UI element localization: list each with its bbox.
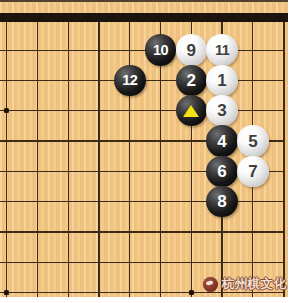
- stone-s14: 7: [237, 156, 269, 188]
- go-board: 109111221345678: [0, 0, 288, 297]
- stone-p18: 10: [145, 34, 177, 66]
- stone-r15: 4: [206, 125, 238, 157]
- move-number: 5: [248, 133, 257, 150]
- stone-r17: 1: [206, 65, 238, 97]
- stone-q18: 9: [176, 34, 208, 66]
- grid-line-horizontal: [0, 262, 285, 263]
- move-number: 8: [217, 193, 226, 210]
- grid-line-vertical: [98, 17, 99, 297]
- move-number: 6: [217, 163, 226, 180]
- grid-line-vertical: [6, 17, 7, 297]
- triangle-marker: [183, 105, 199, 117]
- stone-o17: 12: [114, 65, 146, 97]
- watermark: 杭州棋文化: [203, 276, 286, 293]
- stone-r13: 8: [206, 186, 238, 218]
- move-number: 12: [122, 73, 137, 88]
- move-number: 7: [248, 163, 257, 180]
- star-point-q10: [189, 290, 195, 296]
- grid-line-horizontal: [0, 201, 285, 202]
- watermark-seal-icon: [203, 277, 218, 292]
- move-number: 3: [217, 102, 226, 119]
- stone-r16: 3: [206, 95, 238, 127]
- grid-line-vertical: [37, 17, 38, 297]
- grid-line-horizontal: [0, 50, 285, 51]
- watermark-text: 杭州棋文化: [222, 276, 286, 293]
- move-number: 10: [153, 43, 168, 58]
- move-number: 1: [217, 72, 226, 89]
- grid-line-horizontal: [0, 110, 285, 111]
- move-number: 2: [187, 72, 196, 89]
- stone-q16: [176, 95, 208, 127]
- go-diagram-page: 109111221345678 杭州棋文化: [0, 0, 292, 303]
- board-top-edge: [0, 13, 288, 22]
- move-number: 9: [187, 42, 196, 59]
- stone-r14: 6: [206, 156, 238, 188]
- grid-line-horizontal: [0, 231, 285, 232]
- star-point-k10: [4, 290, 10, 296]
- move-number: 4: [217, 133, 226, 150]
- grid-line-right-edge: [283, 17, 285, 297]
- star-point-k16: [4, 108, 10, 114]
- move-number: 11: [215, 43, 229, 58]
- stone-s15: 5: [237, 125, 269, 157]
- stone-r18: 11: [206, 34, 238, 66]
- grid-line-vertical: [68, 17, 69, 297]
- board-top-crop-line: [0, 0, 288, 2]
- stone-q17: 2: [176, 65, 208, 97]
- grid-line-vertical: [129, 17, 130, 297]
